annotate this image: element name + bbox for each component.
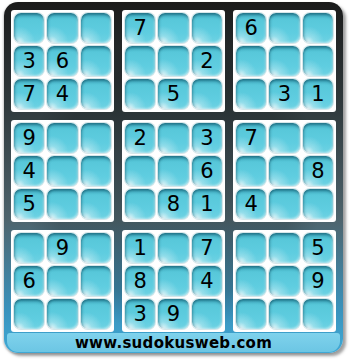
sudoku-cell-r9c6[interactable] <box>192 299 222 329</box>
sudoku-cell-r8c8[interactable] <box>269 266 299 296</box>
sudoku-cell-r9c2[interactable] <box>47 299 77 329</box>
sudoku-cell-r3c2[interactable]: 4 <box>47 79 77 109</box>
sudoku-box: 945 <box>11 120 114 222</box>
sudoku-cell-r1c7[interactable]: 6 <box>236 13 266 43</box>
sudoku-cell-r6c4[interactable] <box>125 189 155 219</box>
sudoku-cell-r4c8[interactable] <box>269 123 299 153</box>
sudoku-cell-r9c7[interactable] <box>236 299 266 329</box>
sudoku-cell-r6c6[interactable]: 1 <box>192 189 222 219</box>
sudoku-cell-r8c5[interactable] <box>158 266 188 296</box>
sudoku-cell-r4c1[interactable]: 9 <box>14 123 44 153</box>
sudoku-board: 3674725631945236817849617843959 <box>11 10 336 332</box>
sudoku-cell-r7c4[interactable]: 1 <box>125 233 155 263</box>
sudoku-cell-r4c6[interactable]: 3 <box>192 123 222 153</box>
sudoku-cell-r8c1[interactable]: 6 <box>14 266 44 296</box>
sudoku-cell-r9c5[interactable]: 9 <box>158 299 188 329</box>
sudoku-cell-r1c5[interactable] <box>158 13 188 43</box>
sudoku-cell-r3c7[interactable] <box>236 79 266 109</box>
sudoku-cell-r7c5[interactable] <box>158 233 188 263</box>
sudoku-cell-r6c7[interactable]: 4 <box>236 189 266 219</box>
sudoku-cell-r2c2[interactable]: 6 <box>47 46 77 76</box>
sudoku-cell-r2c1[interactable]: 3 <box>14 46 44 76</box>
sudoku-cell-r4c4[interactable]: 2 <box>125 123 155 153</box>
sudoku-cell-r2c9[interactable] <box>303 46 333 76</box>
sudoku-cell-r8c2[interactable] <box>47 266 77 296</box>
sudoku-cell-r8c4[interactable]: 8 <box>125 266 155 296</box>
sudoku-cell-r2c5[interactable] <box>158 46 188 76</box>
sudoku-cell-r4c2[interactable] <box>47 123 77 153</box>
sudoku-cell-r7c9[interactable]: 5 <box>303 233 333 263</box>
sudoku-cell-r4c5[interactable] <box>158 123 188 153</box>
sudoku-box: 96 <box>11 230 114 332</box>
sudoku-cell-r3c9[interactable]: 1 <box>303 79 333 109</box>
sudoku-cell-r1c9[interactable] <box>303 13 333 43</box>
sudoku-cell-r9c4[interactable]: 3 <box>125 299 155 329</box>
sudoku-cell-r3c3[interactable] <box>81 79 111 109</box>
sudoku-cell-r9c3[interactable] <box>81 299 111 329</box>
sudoku-cell-r9c9[interactable] <box>303 299 333 329</box>
sudoku-cell-r1c6[interactable] <box>192 13 222 43</box>
sudoku-cell-r4c7[interactable]: 7 <box>236 123 266 153</box>
sudoku-cell-r5c4[interactable] <box>125 156 155 186</box>
sudoku-cell-r4c9[interactable] <box>303 123 333 153</box>
sudoku-cell-r8c6[interactable]: 4 <box>192 266 222 296</box>
sudoku-cell-r7c8[interactable] <box>269 233 299 263</box>
sudoku-cell-r5c2[interactable] <box>47 156 77 186</box>
sudoku-box: 3674 <box>11 10 114 112</box>
sudoku-cell-r6c5[interactable]: 8 <box>158 189 188 219</box>
sudoku-cell-r7c3[interactable] <box>81 233 111 263</box>
site-footer: www.sudokusweb.com <box>7 333 340 352</box>
sudoku-cell-r1c3[interactable] <box>81 13 111 43</box>
sudoku-cell-r7c7[interactable] <box>236 233 266 263</box>
sudoku-cell-r5c8[interactable] <box>269 156 299 186</box>
sudoku-cell-r8c7[interactable] <box>236 266 266 296</box>
sudoku-box: 178439 <box>122 230 225 332</box>
sudoku-cell-r1c2[interactable] <box>47 13 77 43</box>
sudoku-cell-r5c5[interactable] <box>158 156 188 186</box>
sudoku-cell-r3c5[interactable]: 5 <box>158 79 188 109</box>
sudoku-cell-r6c9[interactable] <box>303 189 333 219</box>
sudoku-cell-r6c1[interactable]: 5 <box>14 189 44 219</box>
sudoku-cell-r8c3[interactable] <box>81 266 111 296</box>
sudoku-cell-r9c8[interactable] <box>269 299 299 329</box>
sudoku-box: 631 <box>233 10 336 112</box>
sudoku-cell-r7c2[interactable]: 9 <box>47 233 77 263</box>
sudoku-cell-r3c6[interactable] <box>192 79 222 109</box>
sudoku-cell-r2c7[interactable] <box>236 46 266 76</box>
sudoku-cell-r6c2[interactable] <box>47 189 77 219</box>
sudoku-cell-r5c1[interactable]: 4 <box>14 156 44 186</box>
sudoku-cell-r5c3[interactable] <box>81 156 111 186</box>
sudoku-cell-r1c1[interactable] <box>14 13 44 43</box>
sudoku-cell-r1c4[interactable]: 7 <box>125 13 155 43</box>
site-url[interactable]: www.sudokusweb.com <box>75 334 272 352</box>
sudoku-box: 784 <box>233 120 336 222</box>
sudoku-cell-r6c3[interactable] <box>81 189 111 219</box>
sudoku-box: 725 <box>122 10 225 112</box>
sudoku-cell-r6c8[interactable] <box>269 189 299 219</box>
sudoku-cell-r2c4[interactable] <box>125 46 155 76</box>
sudoku-cell-r2c8[interactable] <box>269 46 299 76</box>
sudoku-cell-r2c3[interactable] <box>81 46 111 76</box>
puzzle-frame: 3674725631945236817849617843959 www.sudo… <box>4 2 343 353</box>
sudoku-cell-r3c8[interactable]: 3 <box>269 79 299 109</box>
sudoku-cell-r1c8[interactable] <box>269 13 299 43</box>
sudoku-cell-r7c6[interactable]: 7 <box>192 233 222 263</box>
sudoku-cell-r7c1[interactable] <box>14 233 44 263</box>
sudoku-box: 59 <box>233 230 336 332</box>
sudoku-cell-r9c1[interactable] <box>14 299 44 329</box>
sudoku-cell-r5c6[interactable]: 6 <box>192 156 222 186</box>
sudoku-cell-r8c9[interactable]: 9 <box>303 266 333 296</box>
sudoku-box: 23681 <box>122 120 225 222</box>
sudoku-cell-r4c3[interactable] <box>81 123 111 153</box>
sudoku-cell-r5c7[interactable] <box>236 156 266 186</box>
sudoku-cell-r3c1[interactable]: 7 <box>14 79 44 109</box>
sudoku-cell-r5c9[interactable]: 8 <box>303 156 333 186</box>
sudoku-cell-r3c4[interactable] <box>125 79 155 109</box>
sudoku-cell-r2c6[interactable]: 2 <box>192 46 222 76</box>
